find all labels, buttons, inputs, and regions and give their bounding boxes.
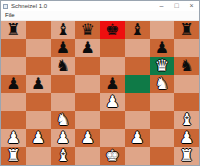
square-f8[interactable]: ♝ xyxy=(125,21,150,39)
square-c8[interactable]: ♝ xyxy=(51,21,76,39)
piece-black-pawn: ♟ xyxy=(31,75,45,93)
piece-white-pawn: ♟ xyxy=(105,93,119,111)
piece-white-knight: ♞ xyxy=(155,75,169,93)
piece-black-pawn: ♟ xyxy=(56,39,70,57)
window-title: Schneizel 1.0 xyxy=(11,1,154,11)
square-d4[interactable] xyxy=(75,93,100,111)
piece-white-king: ♚ xyxy=(105,147,119,165)
square-f7[interactable] xyxy=(125,39,150,57)
square-g6[interactable]: ♛ xyxy=(150,57,175,75)
square-e3[interactable] xyxy=(100,111,125,129)
square-b7[interactable] xyxy=(26,39,51,57)
square-e1[interactable]: ♚ xyxy=(100,147,125,165)
square-c4[interactable] xyxy=(51,93,76,111)
square-d7[interactable]: ♟ xyxy=(75,39,100,57)
square-a7[interactable] xyxy=(1,39,26,57)
piece-white-rook: ♜ xyxy=(179,147,193,165)
square-d3[interactable] xyxy=(75,111,100,129)
app-window: Schneizel 1.0 – □ × File ♜♝♛♚♝♜♟♟♟♞♛♞♟♟♟… xyxy=(0,0,200,166)
square-b2[interactable]: ♟ xyxy=(26,129,51,147)
piece-white-bishop: ♝ xyxy=(179,111,193,129)
square-b8[interactable] xyxy=(26,21,51,39)
titlebar: Schneizel 1.0 – □ × xyxy=(1,1,199,11)
square-h6[interactable]: ♞ xyxy=(174,57,199,75)
square-a4[interactable] xyxy=(1,93,26,111)
piece-white-pawn: ♟ xyxy=(31,129,45,147)
maximize-button[interactable]: □ xyxy=(169,1,184,11)
square-g5[interactable]: ♞ xyxy=(150,75,175,93)
square-h3[interactable]: ♝ xyxy=(174,111,199,129)
square-a8[interactable]: ♜ xyxy=(1,21,26,39)
square-h1[interactable]: ♜ xyxy=(174,147,199,165)
menu-item-file[interactable]: File xyxy=(1,11,19,20)
square-f5[interactable] xyxy=(125,75,150,93)
piece-white-pawn: ♟ xyxy=(6,129,20,147)
square-g1[interactable] xyxy=(150,147,175,165)
square-g8[interactable] xyxy=(150,21,175,39)
square-e4[interactable]: ♟ xyxy=(100,93,125,111)
square-c5[interactable] xyxy=(51,75,76,93)
piece-black-knight: ♞ xyxy=(179,57,193,75)
chess-board: ♜♝♛♚♝♜♟♟♟♞♛♞♟♟♟♞♟♞♝♟♟♟♟♟♟♜♝♚♜ xyxy=(1,21,199,165)
square-g7[interactable]: ♟ xyxy=(150,39,175,57)
square-c2[interactable]: ♟ xyxy=(51,129,76,147)
square-b5[interactable]: ♟ xyxy=(26,75,51,93)
square-b1[interactable] xyxy=(26,147,51,165)
square-d1[interactable] xyxy=(75,147,100,165)
piece-black-pawn: ♟ xyxy=(155,39,169,57)
square-d6[interactable] xyxy=(75,57,100,75)
square-f4[interactable] xyxy=(125,93,150,111)
square-a2[interactable]: ♟ xyxy=(1,129,26,147)
piece-black-pawn: ♟ xyxy=(80,39,94,57)
square-e6[interactable] xyxy=(100,57,125,75)
square-h8[interactable]: ♜ xyxy=(174,21,199,39)
square-e8[interactable]: ♚ xyxy=(100,21,125,39)
square-a5[interactable]: ♟ xyxy=(1,75,26,93)
square-a1[interactable]: ♜ xyxy=(1,147,26,165)
square-h7[interactable] xyxy=(174,39,199,57)
piece-black-knight: ♞ xyxy=(56,57,70,75)
piece-black-king: ♚ xyxy=(105,21,119,39)
square-b4[interactable] xyxy=(26,93,51,111)
menubar: File xyxy=(1,11,199,21)
square-f2[interactable]: ♟ xyxy=(125,129,150,147)
piece-black-pawn: ♟ xyxy=(6,75,20,93)
square-g2[interactable] xyxy=(150,129,175,147)
square-c3[interactable]: ♞ xyxy=(51,111,76,129)
close-button[interactable]: × xyxy=(184,1,199,11)
square-h5[interactable] xyxy=(174,75,199,93)
piece-black-pawn: ♟ xyxy=(105,75,119,93)
piece-black-bishop: ♝ xyxy=(130,21,144,39)
square-b6[interactable] xyxy=(26,57,51,75)
square-a3[interactable] xyxy=(1,111,26,129)
piece-white-pawn: ♟ xyxy=(179,129,193,147)
app-icon[interactable] xyxy=(3,4,8,9)
square-g4[interactable] xyxy=(150,93,175,111)
square-f3[interactable] xyxy=(125,111,150,129)
piece-white-pawn: ♟ xyxy=(130,129,144,147)
square-h4[interactable] xyxy=(174,93,199,111)
square-e5[interactable]: ♟ xyxy=(100,75,125,93)
piece-white-queen: ♛ xyxy=(155,57,169,75)
piece-white-pawn: ♟ xyxy=(56,129,70,147)
piece-black-queen: ♛ xyxy=(80,21,94,39)
square-d5[interactable] xyxy=(75,75,100,93)
square-d2[interactable]: ♟ xyxy=(75,129,100,147)
square-g3[interactable] xyxy=(150,111,175,129)
square-f6[interactable] xyxy=(125,57,150,75)
piece-black-rook: ♜ xyxy=(179,21,193,39)
piece-white-knight: ♞ xyxy=(56,111,70,129)
piece-white-rook: ♜ xyxy=(6,147,20,165)
square-e2[interactable] xyxy=(100,129,125,147)
square-d8[interactable]: ♛ xyxy=(75,21,100,39)
square-e7[interactable] xyxy=(100,39,125,57)
piece-black-bishop: ♝ xyxy=(56,21,70,39)
minimize-button[interactable]: – xyxy=(154,1,169,11)
piece-white-pawn: ♟ xyxy=(80,129,94,147)
square-f1[interactable] xyxy=(125,147,150,165)
piece-white-bishop: ♝ xyxy=(56,147,70,165)
square-b3[interactable] xyxy=(26,111,51,129)
piece-black-rook: ♜ xyxy=(6,21,20,39)
square-c7[interactable]: ♟ xyxy=(51,39,76,57)
square-c1[interactable]: ♝ xyxy=(51,147,76,165)
square-h2[interactable]: ♟ xyxy=(174,129,199,147)
square-c6[interactable]: ♞ xyxy=(51,57,76,75)
square-a6[interactable] xyxy=(1,57,26,75)
